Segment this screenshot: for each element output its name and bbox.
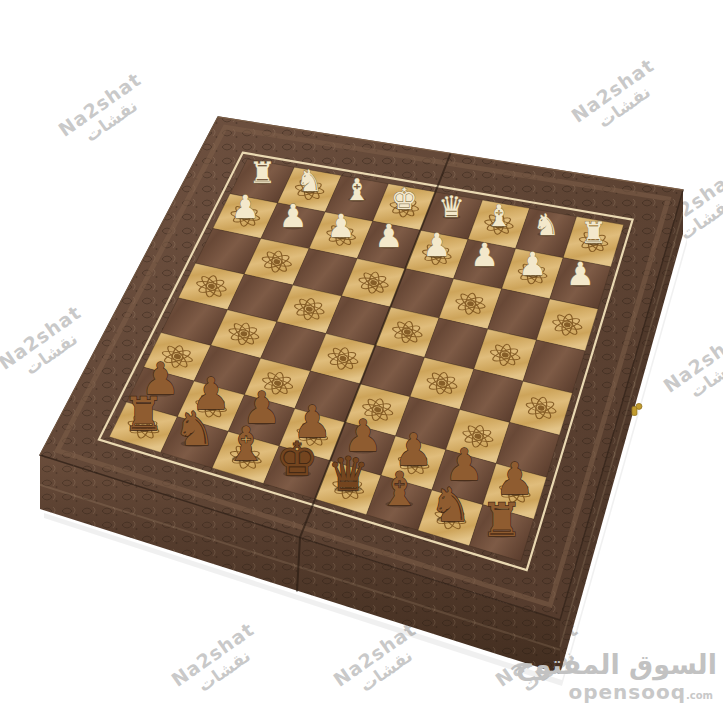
white-pawn: ♟ — [470, 236, 499, 274]
white-pawn: ♟ — [279, 197, 308, 235]
white-rook: ♜ — [249, 156, 276, 190]
opensooq-logo: السوق المفتوح opensooq.com — [515, 651, 717, 702]
chess-board-box-photo: ♜♞♝♚♛♝♞♜♟♟♟♟♟♟♟♟♟♟♟♟♟♟♟♟♜♞♝♚♛♝♞♜ — [0, 0, 723, 720]
white-pawn: ♟ — [566, 255, 595, 293]
logo-tld-text: .com — [686, 690, 713, 701]
black-knight: ♞ — [430, 478, 472, 532]
black-knight: ♞ — [174, 402, 216, 456]
logo-latin-text: opensooq — [568, 680, 686, 704]
black-bishop: ♝ — [225, 417, 267, 471]
white-pawn: ♟ — [327, 207, 356, 245]
white-pawn: ♟ — [231, 188, 260, 226]
white-king: ♚ — [391, 182, 418, 216]
black-rook: ♜ — [123, 387, 165, 441]
white-bishop: ♝ — [486, 199, 513, 233]
white-knight: ♞ — [296, 164, 323, 198]
white-knight: ♞ — [533, 208, 560, 242]
white-rook: ♜ — [580, 216, 607, 250]
white-pawn: ♟ — [375, 217, 404, 255]
white-queen: ♛ — [438, 190, 465, 224]
black-bishop: ♝ — [379, 462, 421, 516]
black-queen: ♛ — [327, 447, 369, 501]
white-pawn: ♟ — [422, 226, 451, 264]
black-rook: ♜ — [481, 493, 523, 547]
white-bishop: ♝ — [344, 173, 371, 207]
black-king: ♚ — [276, 432, 318, 486]
logo-arabic-text: السوق المفتوح — [515, 651, 717, 678]
product-photo-stage: Na2shatنقشاتNa2shatنقشاتNa2shatنقشاتNa2s… — [0, 0, 723, 720]
white-pawn: ♟ — [518, 245, 547, 283]
